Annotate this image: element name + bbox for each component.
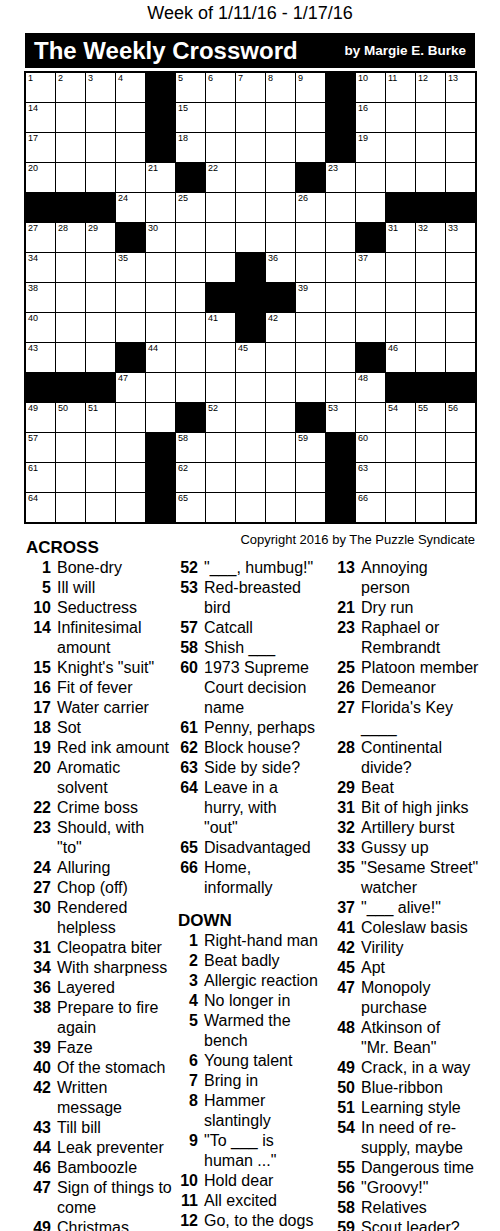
grid-cell[interactable] <box>386 163 415 192</box>
grid-cell[interactable] <box>356 193 385 222</box>
clue-item: 32Artillery burst <box>332 818 498 838</box>
clue-text: Scout leader? <box>361 1218 460 1231</box>
cell-number: 52 <box>208 404 218 413</box>
grid-cell[interactable]: 62 <box>176 463 205 492</box>
grid-cell[interactable]: 6 <box>206 73 235 102</box>
grid-cell[interactable] <box>236 223 265 252</box>
grid-cell[interactable] <box>116 283 145 312</box>
grid-cell[interactable] <box>266 493 295 522</box>
grid-cell[interactable]: 37 <box>356 253 385 282</box>
grid-cell[interactable]: 65 <box>176 493 205 522</box>
grid-cell[interactable]: 23 <box>326 163 355 192</box>
grid-cell[interactable]: 57 <box>26 433 55 462</box>
cell-number: 41 <box>208 314 218 323</box>
clue-item: 52"___, humbug!" <box>178 558 332 578</box>
grid-cell[interactable] <box>206 103 235 132</box>
byline: by Margie E. Burke <box>344 43 466 58</box>
grid-cell[interactable] <box>56 463 85 492</box>
clue-item: 36Layered <box>26 978 178 998</box>
grid-cell[interactable]: 12 <box>416 73 445 102</box>
clue-text: Knight's "suit" <box>57 658 154 678</box>
grid-cell[interactable]: 54 <box>386 403 415 432</box>
cell-number: 31 <box>388 224 398 233</box>
grid-cell[interactable] <box>116 103 145 132</box>
grid-cell[interactable]: 50 <box>56 403 85 432</box>
grid-cell[interactable]: 27 <box>26 223 55 252</box>
grid-cell[interactable] <box>386 493 415 522</box>
grid-cell[interactable]: 39 <box>296 283 325 312</box>
grid-cell[interactable] <box>296 133 325 162</box>
grid-cell[interactable]: 28 <box>56 223 85 252</box>
clue-text: Infinitesimal amount <box>57 618 141 658</box>
grid-cell[interactable] <box>56 133 85 162</box>
grid-cell[interactable]: 43 <box>26 343 55 372</box>
grid-cell[interactable] <box>296 103 325 132</box>
grid-cell[interactable]: 45 <box>236 343 265 372</box>
grid-cell[interactable] <box>266 103 295 132</box>
grid-cell[interactable] <box>56 493 85 522</box>
grid-cell[interactable] <box>416 313 445 342</box>
block-cell <box>176 403 205 432</box>
grid-cell[interactable] <box>146 193 175 222</box>
grid-cell[interactable] <box>446 433 475 462</box>
grid-cell[interactable] <box>236 433 265 462</box>
grid-cell[interactable] <box>176 223 205 252</box>
clue-number: 3 <box>178 971 198 991</box>
grid-cell[interactable]: 35 <box>116 253 145 282</box>
cell-number: 40 <box>28 314 38 323</box>
clue-number: 56 <box>332 1178 355 1198</box>
clue-number: 5 <box>26 578 51 598</box>
clue-item: 15Knight's "suit" <box>26 658 178 678</box>
clue-item: 42Virility <box>332 938 498 958</box>
grid-cell[interactable] <box>236 493 265 522</box>
clue-item: 65Disadvantaged <box>178 838 332 858</box>
grid-cell[interactable] <box>446 283 475 312</box>
clue-text: Till bill <box>57 1118 101 1138</box>
clue-text: Leave in a hurry, with "out" <box>204 778 278 838</box>
clue-number: 17 <box>26 698 51 718</box>
grid-cell[interactable]: 11 <box>386 73 415 102</box>
grid-cell[interactable]: 61 <box>26 463 55 492</box>
grid-cell[interactable] <box>236 193 265 222</box>
clue-item: 1Bone-dry <box>26 558 178 578</box>
grid-cell[interactable] <box>146 403 175 432</box>
grid-cell[interactable] <box>446 103 475 132</box>
clue-text: Aromatic solvent <box>57 758 120 798</box>
grid-cell[interactable] <box>446 163 475 192</box>
block-cell <box>326 103 355 132</box>
clue-item: 13Annoying person <box>332 558 498 598</box>
grid-cell[interactable] <box>206 373 235 402</box>
clue-item: 43Till bill <box>26 1118 178 1138</box>
grid-cell[interactable] <box>416 433 445 462</box>
cell-number: 18 <box>178 134 188 143</box>
cell-number: 22 <box>208 164 218 173</box>
grid-cell[interactable] <box>206 343 235 372</box>
clue-item: 34With sharpness <box>26 958 178 978</box>
grid-cell[interactable]: 31 <box>386 223 415 252</box>
clue-text: Continental divide? <box>361 738 442 778</box>
grid-cell[interactable] <box>266 133 295 162</box>
grid-cell[interactable] <box>56 253 85 282</box>
block-cell <box>56 373 85 402</box>
clue-number: 44 <box>26 1138 51 1158</box>
clue-item: 18Sot <box>26 718 178 738</box>
clue-text: Monopoly purchase <box>361 978 430 1018</box>
grid-cell[interactable]: 55 <box>416 403 445 432</box>
grid-cell[interactable] <box>56 313 85 342</box>
grid-cell[interactable]: 60 <box>356 433 385 462</box>
grid-cell[interactable] <box>206 463 235 492</box>
grid-cell[interactable]: 8 <box>266 73 295 102</box>
grid-cell[interactable] <box>416 103 445 132</box>
block-cell <box>86 373 115 402</box>
grid-cell[interactable] <box>236 133 265 162</box>
grid-cell[interactable]: 29 <box>86 223 115 252</box>
clue-number: 7 <box>178 1071 198 1091</box>
block-cell <box>356 343 385 372</box>
grid-cell[interactable]: 40 <box>26 313 55 342</box>
grid-cell[interactable] <box>56 163 85 192</box>
grid-cell[interactable] <box>446 133 475 162</box>
grid-cell[interactable] <box>116 463 145 492</box>
clues-header-down: DOWN <box>178 911 332 931</box>
grid-cell[interactable] <box>116 433 145 462</box>
clue-item: 40Of the stomach <box>26 1058 178 1078</box>
grid-cell[interactable] <box>326 373 355 402</box>
grid-cell[interactable] <box>356 403 385 432</box>
grid-cell[interactable]: 4 <box>116 73 145 102</box>
clue-item: 10Hold dear <box>178 1171 332 1191</box>
clue-item: 47Monopoly purchase <box>332 978 498 1018</box>
cell-number: 51 <box>88 404 98 413</box>
grid-cell[interactable] <box>416 163 445 192</box>
grid-cell[interactable]: 42 <box>266 313 295 342</box>
clue-text: Shish ___ <box>204 638 275 658</box>
clue-number: 59 <box>332 1218 355 1231</box>
cell-number: 27 <box>28 224 38 233</box>
grid-cell[interactable]: 58 <box>176 433 205 462</box>
cell-number: 3 <box>88 74 93 83</box>
grid-cell[interactable]: 5 <box>176 73 205 102</box>
grid-cell[interactable] <box>236 403 265 432</box>
clue-text: Of the stomach <box>57 1058 166 1078</box>
grid-cell[interactable] <box>416 283 445 312</box>
grid-cell[interactable] <box>266 223 295 252</box>
grid-cell[interactable] <box>236 103 265 132</box>
grid-cell[interactable] <box>146 283 175 312</box>
grid-cell[interactable] <box>296 313 325 342</box>
clue-text: All excited <box>204 1191 277 1211</box>
grid-cell[interactable]: 66 <box>356 493 385 522</box>
grid-cell[interactable] <box>176 253 205 282</box>
grid-cell[interactable] <box>176 373 205 402</box>
grid-cell[interactable]: 24 <box>116 193 145 222</box>
grid-cell[interactable] <box>86 493 115 522</box>
grid-cell[interactable] <box>56 283 85 312</box>
grid-cell[interactable]: 41 <box>206 313 235 342</box>
clue-item: 31Cleopatra biter <box>26 938 178 958</box>
grid-cell[interactable] <box>326 313 355 342</box>
clue-number: 14 <box>26 618 51 658</box>
grid-cell[interactable]: 15 <box>176 103 205 132</box>
cell-number: 59 <box>298 434 308 443</box>
clue-text: Disadvantaged <box>204 838 311 858</box>
clue-item: 47Sign of things to come <box>26 1178 178 1218</box>
grid-cell[interactable] <box>446 463 475 492</box>
grid-cell[interactable] <box>116 403 145 432</box>
grid-cell[interactable] <box>326 283 355 312</box>
clue-item: 3Allergic reaction <box>178 971 332 991</box>
grid-cell[interactable] <box>176 313 205 342</box>
clue-item: 62Block house? <box>178 738 332 758</box>
grid-cell[interactable]: 26 <box>296 193 325 222</box>
grid-cell[interactable] <box>86 103 115 132</box>
clue-item: 1Right-hand man <box>178 931 332 951</box>
cell-number: 21 <box>148 164 158 173</box>
clue-item: 50Blue-ribbon <box>332 1078 498 1098</box>
grid-cell[interactable]: 48 <box>356 373 385 402</box>
cell-number: 42 <box>268 314 278 323</box>
grid-cell[interactable] <box>146 373 175 402</box>
cell-number: 11 <box>388 74 397 83</box>
grid-cell[interactable] <box>86 253 115 282</box>
grid-cell[interactable] <box>386 433 415 462</box>
grid-cell[interactable]: 64 <box>26 493 55 522</box>
grid-cell[interactable] <box>446 343 475 372</box>
cell-number: 46 <box>388 344 398 353</box>
clue-number: 42 <box>332 938 355 958</box>
grid-cell[interactable] <box>326 223 355 252</box>
grid-cell[interactable]: 33 <box>446 223 475 252</box>
grid-cell[interactable] <box>386 253 415 282</box>
grid-cell[interactable]: 17 <box>26 133 55 162</box>
clue-number: 12 <box>178 1211 198 1231</box>
grid-cell[interactable]: 1 <box>26 73 55 102</box>
cell-number: 20 <box>28 164 38 173</box>
grid-cell[interactable]: 63 <box>356 463 385 492</box>
grid-cell[interactable] <box>116 133 145 162</box>
grid-cell[interactable] <box>416 493 445 522</box>
grid-cell[interactable] <box>386 103 415 132</box>
clue-item: 30Rendered helpless <box>26 898 178 938</box>
clue-item: 66Home, informally <box>178 858 332 898</box>
block-cell <box>416 373 445 402</box>
grid-cell[interactable] <box>56 103 85 132</box>
grid-cell[interactable]: 51 <box>86 403 115 432</box>
grid-cell[interactable] <box>266 463 295 492</box>
clue-text: Hold dear <box>204 1171 273 1191</box>
grid-cell[interactable] <box>206 433 235 462</box>
grid-cell[interactable]: 59 <box>296 433 325 462</box>
grid-cell[interactable]: 10 <box>356 73 385 102</box>
grid-cell[interactable] <box>236 373 265 402</box>
grid-cell[interactable]: 21 <box>146 163 175 192</box>
grid-cell[interactable]: 22 <box>206 163 235 192</box>
block-cell <box>326 493 355 522</box>
grid-cell[interactable]: 32 <box>416 223 445 252</box>
grid-cell[interactable] <box>206 493 235 522</box>
grid-cell[interactable] <box>176 283 205 312</box>
grid-cell[interactable] <box>86 283 115 312</box>
grid-cell[interactable] <box>446 253 475 282</box>
cell-number: 50 <box>58 404 68 413</box>
clue-number: 24 <box>26 858 51 878</box>
grid-cell[interactable]: 46 <box>386 343 415 372</box>
grid-cell[interactable] <box>326 193 355 222</box>
cell-number: 43 <box>28 344 38 353</box>
clue-number: 23 <box>26 818 51 858</box>
clue-item: 64Leave in a hurry, with "out" <box>178 778 332 838</box>
grid-cell[interactable] <box>116 313 145 342</box>
clue-number: 66 <box>178 858 198 898</box>
grid-cell[interactable] <box>176 343 205 372</box>
block-cell <box>236 253 265 282</box>
clue-item: 39Faze <box>26 1038 178 1058</box>
clue-item: 10Seductress <box>26 598 178 618</box>
clue-text: Sign of things to come <box>57 1178 172 1218</box>
grid-cell[interactable]: 3 <box>86 73 115 102</box>
clue-text: Water carrier <box>57 698 149 718</box>
grid-cell[interactable]: 9 <box>296 73 325 102</box>
grid-cell[interactable] <box>386 463 415 492</box>
cell-number: 10 <box>358 74 368 83</box>
grid-cell[interactable]: 52 <box>206 403 235 432</box>
clue-number: 19 <box>26 738 51 758</box>
grid-cell[interactable] <box>86 133 115 162</box>
grid-cell[interactable]: 49 <box>26 403 55 432</box>
grid-cell[interactable] <box>266 343 295 372</box>
clue-number: 1 <box>26 558 51 578</box>
block-cell <box>356 223 385 252</box>
grid-cell[interactable]: 34 <box>26 253 55 282</box>
grid-cell[interactable] <box>266 163 295 192</box>
grid-cell[interactable] <box>86 343 115 372</box>
grid-cell[interactable]: 20 <box>26 163 55 192</box>
clue-text: Apt <box>361 958 385 978</box>
grid-cell[interactable] <box>386 133 415 162</box>
grid-cell[interactable] <box>446 313 475 342</box>
clue-text: Learning style <box>361 1098 461 1118</box>
cell-number: 4 <box>118 74 123 83</box>
grid-cell[interactable] <box>266 433 295 462</box>
grid-cell[interactable] <box>356 283 385 312</box>
clue-item: 6Young talent <box>178 1051 332 1071</box>
cell-number: 56 <box>448 404 458 413</box>
cell-number: 58 <box>178 434 188 443</box>
grid-cell[interactable] <box>86 463 115 492</box>
clue-text: Christmas ___ <box>57 1218 160 1231</box>
grid-cell[interactable] <box>386 283 415 312</box>
grid-cell[interactable] <box>206 223 235 252</box>
grid-cell[interactable] <box>56 433 85 462</box>
cell-number: 66 <box>358 494 368 503</box>
grid-cell[interactable]: 19 <box>356 133 385 162</box>
grid-cell[interactable] <box>206 193 235 222</box>
grid-cell[interactable] <box>266 193 295 222</box>
clue-item: 28Continental divide? <box>332 738 498 778</box>
clue-item: 58Relatives <box>332 1198 498 1218</box>
grid-cell[interactable]: 25 <box>176 193 205 222</box>
grid-cell[interactable] <box>86 433 115 462</box>
grid-cell[interactable] <box>356 313 385 342</box>
clue-item: 21Dry run <box>332 598 498 618</box>
grid-cell[interactable]: 30 <box>146 223 175 252</box>
grid-cell[interactable]: 7 <box>236 73 265 102</box>
grid-cell[interactable] <box>446 493 475 522</box>
block-cell <box>116 223 145 252</box>
grid-cell[interactable] <box>416 253 445 282</box>
block-cell <box>176 163 205 192</box>
grid-cell[interactable]: 56 <box>446 403 475 432</box>
grid-cell[interactable]: 16 <box>356 103 385 132</box>
grid-cell[interactable] <box>416 463 445 492</box>
clue-text: Rendered helpless <box>57 898 127 938</box>
grid-cell[interactable] <box>236 463 265 492</box>
grid-cell[interactable] <box>206 253 235 282</box>
grid-cell[interactable]: 2 <box>56 73 85 102</box>
grid-cell[interactable] <box>266 373 295 402</box>
cell-number: 35 <box>118 254 128 263</box>
cell-number: 17 <box>28 134 38 143</box>
cell-number: 55 <box>418 404 428 413</box>
grid-cell[interactable] <box>86 163 115 192</box>
grid-cell[interactable] <box>236 163 265 192</box>
grid-cell[interactable] <box>116 163 145 192</box>
clue-number: 63 <box>178 758 198 778</box>
grid-cell[interactable] <box>386 313 415 342</box>
grid-cell[interactable] <box>326 253 355 282</box>
clue-text: In need of re- supply, maybe <box>361 1118 463 1158</box>
grid-cell[interactable] <box>56 343 85 372</box>
grid-cell[interactable]: 38 <box>26 283 55 312</box>
clue-item: 57Catcall <box>178 618 332 638</box>
grid-cell[interactable] <box>296 343 325 372</box>
block-cell <box>326 433 355 462</box>
grid-cell[interactable] <box>116 493 145 522</box>
grid-cell[interactable] <box>296 223 325 252</box>
grid-cell[interactable]: 18 <box>176 133 205 162</box>
grid-cell[interactable]: 53 <box>326 403 355 432</box>
grid-cell[interactable]: 13 <box>446 73 475 102</box>
grid-cell[interactable] <box>416 343 445 372</box>
grid-cell[interactable]: 14 <box>26 103 55 132</box>
cell-number: 44 <box>148 344 158 353</box>
title-bar: The Weekly Crossword by Margie E. Burke <box>25 33 475 68</box>
grid-cell[interactable]: 44 <box>146 343 175 372</box>
clues-header-across: ACROSS <box>26 538 178 558</box>
grid-cell[interactable] <box>206 133 235 162</box>
grid-cell[interactable] <box>146 253 175 282</box>
grid-cell[interactable] <box>356 163 385 192</box>
grid-cell[interactable] <box>296 493 325 522</box>
block-cell <box>146 103 175 132</box>
grid-cell[interactable] <box>296 373 325 402</box>
block-cell <box>386 373 415 402</box>
grid-cell[interactable] <box>86 313 115 342</box>
grid-cell[interactable] <box>296 253 325 282</box>
grid-cell[interactable]: 47 <box>116 373 145 402</box>
cell-number: 49 <box>28 404 38 413</box>
clue-item: 27Chop (off) <box>26 878 178 898</box>
grid-cell[interactable] <box>416 133 445 162</box>
grid-cell[interactable] <box>326 343 355 372</box>
grid-cell[interactable]: 36 <box>266 253 295 282</box>
grid-cell[interactable] <box>266 403 295 432</box>
grid-cell[interactable] <box>296 463 325 492</box>
grid-cell[interactable] <box>146 313 175 342</box>
